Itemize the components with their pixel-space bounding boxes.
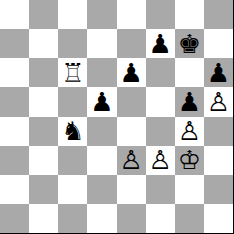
square-c8[interactable]: [58, 0, 87, 29]
square-d2[interactable]: [87, 175, 116, 204]
square-a5[interactable]: [0, 87, 29, 116]
square-f5[interactable]: [146, 87, 175, 116]
white-rook[interactable]: ♖: [61, 60, 84, 86]
square-f8[interactable]: [146, 0, 175, 29]
square-h5[interactable]: ♙: [204, 87, 233, 116]
square-b7[interactable]: [29, 29, 58, 58]
square-d1[interactable]: [87, 204, 116, 233]
square-b6[interactable]: [29, 58, 58, 87]
square-h6[interactable]: ♟: [204, 58, 233, 87]
square-d6[interactable]: [87, 58, 116, 87]
square-e7[interactable]: [117, 29, 146, 58]
square-b3[interactable]: [29, 146, 58, 175]
square-a8[interactable]: [0, 0, 29, 29]
black-pawn[interactable]: ♟: [149, 31, 172, 57]
square-b4[interactable]: [29, 117, 58, 146]
square-a2[interactable]: [0, 175, 29, 204]
square-a4[interactable]: [0, 117, 29, 146]
square-e4[interactable]: [117, 117, 146, 146]
square-b5[interactable]: [29, 87, 58, 116]
square-g7[interactable]: ♚: [175, 29, 204, 58]
square-b1[interactable]: [29, 204, 58, 233]
square-c3[interactable]: [58, 146, 87, 175]
square-g1[interactable]: [175, 204, 204, 233]
square-e3[interactable]: ♙: [117, 146, 146, 175]
white-pawn[interactable]: ♙: [149, 147, 172, 173]
square-h4[interactable]: [204, 117, 233, 146]
square-f2[interactable]: [146, 175, 175, 204]
square-e6[interactable]: ♟: [117, 58, 146, 87]
square-e2[interactable]: [117, 175, 146, 204]
black-pawn[interactable]: ♟: [90, 89, 113, 115]
square-f7[interactable]: ♟: [146, 29, 175, 58]
square-c2[interactable]: [58, 175, 87, 204]
square-a1[interactable]: [0, 204, 29, 233]
square-h1[interactable]: [204, 204, 233, 233]
square-g4[interactable]: ♙: [175, 117, 204, 146]
square-c6[interactable]: ♖: [58, 58, 87, 87]
square-f3[interactable]: ♙: [146, 146, 175, 175]
square-e5[interactable]: [117, 87, 146, 116]
square-c7[interactable]: [58, 29, 87, 58]
square-d5[interactable]: ♟: [87, 87, 116, 116]
square-h2[interactable]: [204, 175, 233, 204]
square-e8[interactable]: [117, 0, 146, 29]
black-king[interactable]: ♚: [178, 31, 201, 57]
square-a3[interactable]: [0, 146, 29, 175]
black-pawn[interactable]: ♟: [119, 60, 142, 86]
white-pawn[interactable]: ♙: [207, 89, 230, 115]
square-b8[interactable]: [29, 0, 58, 29]
square-d7[interactable]: [87, 29, 116, 58]
square-g6[interactable]: [175, 58, 204, 87]
square-h3[interactable]: [204, 146, 233, 175]
square-d4[interactable]: [87, 117, 116, 146]
square-e1[interactable]: [117, 204, 146, 233]
chess-board: ♟♚♖♟♟♟♟♙♞♙♙♙♔: [0, 0, 234, 234]
square-h8[interactable]: [204, 0, 233, 29]
square-f6[interactable]: [146, 58, 175, 87]
square-g2[interactable]: [175, 175, 204, 204]
white-pawn[interactable]: ♙: [178, 118, 201, 144]
white-pawn[interactable]: ♙: [119, 147, 142, 173]
black-pawn[interactable]: ♟: [207, 60, 230, 86]
square-c4[interactable]: ♞: [58, 117, 87, 146]
square-a7[interactable]: [0, 29, 29, 58]
square-g5[interactable]: ♟: [175, 87, 204, 116]
square-d3[interactable]: [87, 146, 116, 175]
white-king[interactable]: ♔: [178, 147, 201, 173]
square-g3[interactable]: ♔: [175, 146, 204, 175]
square-a6[interactable]: [0, 58, 29, 87]
square-c5[interactable]: [58, 87, 87, 116]
square-h7[interactable]: [204, 29, 233, 58]
black-knight[interactable]: ♞: [61, 118, 84, 144]
square-g8[interactable]: [175, 0, 204, 29]
square-f1[interactable]: [146, 204, 175, 233]
square-f4[interactable]: [146, 117, 175, 146]
square-c1[interactable]: [58, 204, 87, 233]
black-pawn[interactable]: ♟: [178, 89, 201, 115]
square-d8[interactable]: [87, 0, 116, 29]
square-b2[interactable]: [29, 175, 58, 204]
